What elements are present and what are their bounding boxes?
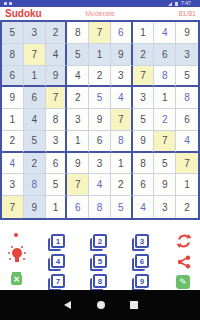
cell-r4c7[interactable]: 3 (133, 87, 155, 109)
cell-r1c3[interactable]: 2 (46, 22, 68, 44)
cell-r1c2[interactable]: 3 (24, 22, 46, 44)
recents-button[interactable] (130, 301, 138, 309)
share-button[interactable] (177, 255, 191, 269)
sudoku-app-screen: 7:47 Sudoku Moderate 81/81 5328761498745… (0, 0, 200, 320)
key-3[interactable]: 3 (135, 234, 149, 248)
erase-x-glyph: ✕ (11, 274, 22, 285)
cell-r7c5[interactable]: 3 (89, 153, 111, 175)
key-1[interactable]: 1 (51, 234, 65, 248)
cell-r9c1[interactable]: 7 (2, 196, 24, 218)
cell-r9c6[interactable]: 5 (111, 196, 133, 218)
cell-r2c5[interactable]: 1 (89, 44, 111, 66)
cell-r8c8[interactable]: 9 (154, 174, 176, 196)
key-9[interactable]: 9 (135, 274, 149, 288)
hint-button[interactable] (8, 246, 26, 266)
cell-r9c3[interactable]: 1 (46, 196, 68, 218)
cell-r8c5[interactable]: 4 (89, 174, 111, 196)
key-6[interactable]: 6 (135, 254, 149, 268)
cell-r7c7[interactable]: 8 (133, 153, 155, 175)
cell-r4c2[interactable]: 6 (24, 87, 46, 109)
cell-r9c5[interactable]: 8 (89, 196, 111, 218)
progress-counter: 81/81 (178, 10, 196, 17)
cell-r7c1[interactable]: 4 (2, 153, 24, 175)
cell-r9c8[interactable]: 3 (154, 196, 176, 218)
sudoku-board: 5328761498745192636194237859672543181483… (0, 20, 200, 220)
cell-r4c6[interactable]: 4 (111, 87, 133, 109)
number-keypad: 123456789 (51, 234, 149, 288)
circular-arrows-icon (176, 233, 192, 249)
cell-r2c3[interactable]: 4 (46, 44, 68, 66)
cell-r3c3[interactable]: 9 (46, 66, 68, 88)
battery-icon (175, 2, 178, 6)
cell-r2c6[interactable]: 9 (111, 44, 133, 66)
key-8[interactable]: 8 (93, 274, 107, 288)
cell-r6c1[interactable]: 2 (2, 131, 24, 153)
cell-r4c1[interactable]: 9 (2, 87, 24, 109)
home-button[interactable] (97, 301, 105, 309)
cell-r5c1[interactable]: 1 (2, 109, 24, 131)
cell-r9c7[interactable]: 4 (133, 196, 155, 218)
cell-r1c6[interactable]: 6 (111, 22, 133, 44)
cell-r1c4[interactable]: 8 (67, 22, 89, 44)
cell-r8c4[interactable]: 7 (67, 174, 89, 196)
cell-r7c4[interactable]: 9 (67, 153, 89, 175)
key-7[interactable]: 7 (51, 274, 65, 288)
cell-r1c5[interactable]: 7 (89, 22, 111, 44)
cell-r8c3[interactable]: 5 (46, 174, 68, 196)
cell-r6c6[interactable]: 8 (111, 131, 133, 153)
cell-r5c8[interactable]: 2 (154, 109, 176, 131)
cell-r1c1[interactable]: 5 (2, 22, 24, 44)
cell-r2c8[interactable]: 6 (154, 44, 176, 66)
cell-r2c4[interactable]: 5 (67, 44, 89, 66)
cell-r7c9[interactable]: 7 (176, 153, 198, 175)
app-bar: Sudoku Moderate 81/81 (0, 7, 200, 20)
cell-r5c6[interactable]: 7 (111, 109, 133, 131)
cell-r3c6[interactable]: 3 (111, 66, 133, 88)
pencil-icon: ✎ (179, 278, 187, 287)
share-icon (177, 255, 191, 269)
status-bar: 7:47 (0, 0, 200, 7)
cell-r5c4[interactable]: 3 (67, 109, 89, 131)
cell-r6c5[interactable]: 6 (89, 131, 111, 153)
cell-r5c5[interactable]: 9 (89, 109, 111, 131)
notification-icon (4, 2, 7, 5)
cell-r8c9[interactable]: 1 (176, 174, 198, 196)
cell-r6c2[interactable]: 5 (24, 131, 46, 153)
cell-r4c8[interactable]: 1 (154, 87, 176, 109)
cell-r5c9[interactable]: 6 (176, 109, 198, 131)
cell-r6c9[interactable]: 4 (176, 131, 198, 153)
cell-r8c7[interactable]: 6 (133, 174, 155, 196)
clock-text: 7:47 (181, 1, 191, 6)
cell-r7c2[interactable]: 2 (24, 153, 46, 175)
android-nav-bar (0, 290, 200, 320)
cell-r2c9[interactable]: 3 (176, 44, 198, 66)
key-2[interactable]: 2 (93, 234, 107, 248)
cell-r3c8[interactable]: 8 (154, 66, 176, 88)
cell-r6c7[interactable]: 9 (133, 131, 155, 153)
cell-r1c7[interactable]: 1 (133, 22, 155, 44)
cell-r5c7[interactable]: 5 (133, 109, 155, 131)
cell-r4c4[interactable]: 2 (67, 87, 89, 109)
cell-r3c2[interactable]: 1 (24, 66, 46, 88)
cell-r7c6[interactable]: 1 (111, 153, 133, 175)
cell-r9c4[interactable]: 6 (67, 196, 89, 218)
restart-button[interactable] (176, 233, 192, 249)
cell-r2c7[interactable]: 2 (133, 44, 155, 66)
cell-r3c7[interactable]: 7 (133, 66, 155, 88)
cell-r5c2[interactable]: 4 (24, 109, 46, 131)
cell-r2c1[interactable]: 8 (2, 44, 24, 66)
cell-r8c1[interactable]: 3 (2, 174, 24, 196)
cell-r4c9[interactable]: 8 (176, 87, 198, 109)
cell-r9c9[interactable]: 2 (176, 196, 198, 218)
key-4[interactable]: 4 (51, 254, 65, 268)
cell-r8c2[interactable]: 8 (24, 174, 46, 196)
cell-r9c2[interactable]: 9 (24, 196, 46, 218)
cell-r5c3[interactable]: 8 (46, 109, 68, 131)
cell-r7c3[interactable]: 6 (46, 153, 68, 175)
cell-r6c3[interactable]: 3 (46, 131, 68, 153)
cell-r3c4[interactable]: 4 (67, 66, 89, 88)
key-5[interactable]: 5 (93, 254, 107, 268)
cell-r4c5[interactable]: 5 (89, 87, 111, 109)
cell-r3c5[interactable]: 2 (89, 66, 111, 88)
cell-r6c4[interactable]: 1 (67, 131, 89, 153)
cell-r7c8[interactable]: 5 (154, 153, 176, 175)
cell-r1c9[interactable]: 9 (176, 22, 198, 44)
signal-icon (168, 2, 172, 6)
cell-r2c2[interactable]: 7 (24, 44, 46, 66)
notification-icon (9, 2, 12, 5)
cell-r1c8[interactable]: 4 (154, 22, 176, 44)
cell-r3c1[interactable]: 6 (2, 66, 24, 88)
cell-r6c8[interactable]: 7 (154, 131, 176, 153)
notes-button[interactable]: ✎ (176, 275, 190, 289)
difficulty-label: Moderate (0, 10, 200, 17)
back-button[interactable] (64, 301, 71, 309)
erase-button[interactable]: ✕ (10, 272, 23, 285)
cell-r8c6[interactable]: 2 (111, 174, 133, 196)
cell-r4c3[interactable]: 7 (46, 87, 68, 109)
control-panel: ✕ 123456789 ✎ (0, 220, 200, 290)
hint-badge-dot (14, 233, 18, 237)
cell-r3c9[interactable]: 5 (176, 66, 198, 88)
